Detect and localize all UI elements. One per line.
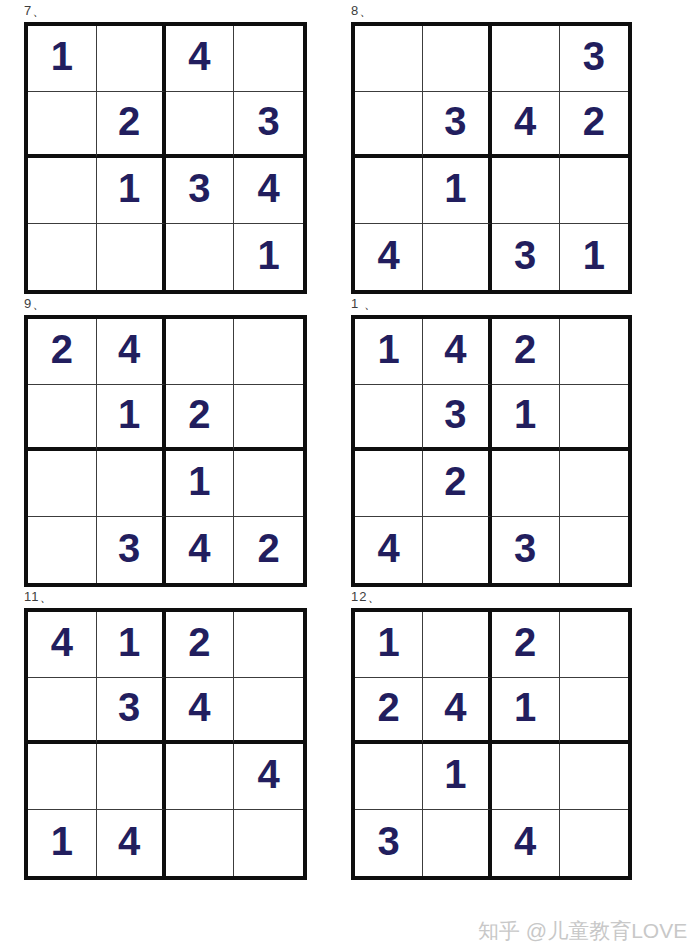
cell-r3-c2-given-1: 1 — [423, 744, 491, 810]
cell-r3-c1-empty — [28, 451, 97, 517]
cell-r4-c4-given-2: 2 — [234, 517, 303, 583]
cell-r3-c4-empty — [560, 158, 628, 224]
cell-r4-c3-given-3: 3 — [492, 517, 560, 583]
puzzle-11-label: 11、 — [24, 589, 307, 608]
cell-r3-c3-empty — [492, 451, 560, 517]
sudoku-board-7: 14231341 — [24, 22, 307, 294]
cell-r2-c3-given-1: 1 — [492, 678, 560, 744]
cell-r3-c3-given-1: 1 — [166, 451, 235, 517]
cell-r3-c1-empty — [355, 158, 423, 224]
cell-r3-c2-given-2: 2 — [423, 451, 491, 517]
cell-r4-c1-empty — [28, 224, 97, 290]
cell-r2-c1-empty — [355, 385, 423, 451]
puzzle-7: 7、 14231341 — [24, 3, 307, 294]
cell-r2-c3-given-2: 2 — [166, 385, 235, 451]
cell-r4-c1-given-1: 1 — [28, 810, 97, 876]
cell-r3-c2-given-1: 1 — [423, 158, 491, 224]
cell-r2-c4-empty — [234, 678, 303, 744]
cell-r1-c3-given-2: 2 — [166, 612, 235, 678]
cell-r2-c4-given-2: 2 — [560, 92, 628, 158]
cell-r3-c1-empty — [355, 744, 423, 810]
cell-r4-c2-empty — [97, 224, 166, 290]
cell-r4-c2-empty — [423, 224, 491, 290]
cell-r2-c1-empty — [28, 385, 97, 451]
cell-r3-c4-empty — [560, 451, 628, 517]
cell-r4-c4-given-1: 1 — [560, 224, 628, 290]
cell-r1-c3-empty — [492, 26, 560, 92]
sudoku-board-10: 14231243 — [351, 315, 632, 587]
cell-r1-c2-given-1: 1 — [97, 612, 166, 678]
cell-r3-c3-empty — [492, 744, 560, 810]
cell-r1-c4-empty — [560, 319, 628, 385]
cell-r1-c1-given-1: 1 — [355, 612, 423, 678]
cell-r1-c1-given-1: 1 — [355, 319, 423, 385]
cell-r4-c3-given-3: 3 — [492, 224, 560, 290]
cell-r3-c4-empty — [234, 451, 303, 517]
cell-r1-c1-given-4: 4 — [28, 612, 97, 678]
cell-r4-c3-given-4: 4 — [492, 810, 560, 876]
puzzle-11: 11、 41234414 — [24, 589, 307, 880]
cell-r1-c4-given-3: 3 — [560, 26, 628, 92]
cell-r1-c4-empty — [234, 319, 303, 385]
cell-r2-c2-given-4: 4 — [423, 678, 491, 744]
sudoku-worksheet-page: { "game": "sudoku-4x4", "description": "… — [0, 0, 698, 948]
cell-r1-c4-empty — [234, 26, 303, 92]
puzzle-12: 12、 12241134 — [351, 589, 632, 880]
cell-r2-c3-empty — [166, 92, 235, 158]
cell-r4-c2-given-4: 4 — [97, 810, 166, 876]
cell-r2-c2-given-3: 3 — [97, 678, 166, 744]
cell-r2-c2-given-1: 1 — [97, 385, 166, 451]
cell-r1-c2-empty — [97, 26, 166, 92]
cell-r1-c2-empty — [423, 26, 491, 92]
puzzle-8-label: 8、 — [351, 3, 632, 22]
puzzle-7-label: 7、 — [24, 3, 307, 22]
cell-r4-c4-empty — [560, 517, 628, 583]
watermark: 知乎 @儿童教育LOVE — [478, 917, 687, 945]
cell-r2-c3-given-4: 4 — [166, 678, 235, 744]
cell-r2-c2-given-3: 3 — [423, 92, 491, 158]
cell-r1-c2-empty — [423, 612, 491, 678]
cell-r4-c2-empty — [423, 517, 491, 583]
cell-r1-c4-empty — [560, 612, 628, 678]
cell-r3-c3-empty — [166, 744, 235, 810]
cell-r2-c4-empty — [560, 678, 628, 744]
cell-r3-c4-empty — [560, 744, 628, 810]
cell-r3-c4-given-4: 4 — [234, 744, 303, 810]
cell-r4-c4-given-1: 1 — [234, 224, 303, 290]
cell-r2-c4-empty — [234, 385, 303, 451]
sudoku-board-8: 33421431 — [351, 22, 632, 294]
cell-r3-c4-given-4: 4 — [234, 158, 303, 224]
sudoku-board-12: 12241134 — [351, 608, 632, 880]
cell-r3-c1-empty — [28, 158, 97, 224]
cell-r1-c1-given-2: 2 — [28, 319, 97, 385]
cell-r4-c1-given-4: 4 — [355, 224, 423, 290]
cell-r2-c1-empty — [28, 678, 97, 744]
cell-r1-c3-given-2: 2 — [492, 612, 560, 678]
cell-r3-c3-empty — [492, 158, 560, 224]
cell-r2-c2-given-2: 2 — [97, 92, 166, 158]
cell-r4-c2-empty — [423, 810, 491, 876]
cell-r2-c2-given-3: 3 — [423, 385, 491, 451]
cell-r4-c1-given-4: 4 — [355, 517, 423, 583]
cell-r4-c1-given-3: 3 — [355, 810, 423, 876]
cell-r4-c3-given-4: 4 — [166, 517, 235, 583]
cell-r3-c2-given-1: 1 — [97, 158, 166, 224]
cell-r1-c3-given-4: 4 — [166, 26, 235, 92]
puzzle-12-label: 12、 — [351, 589, 632, 608]
cell-r4-c3-empty — [166, 224, 235, 290]
sudoku-board-9: 24121342 — [24, 315, 307, 587]
puzzle-9-label: 9、 — [24, 296, 307, 315]
cell-r2-c1-empty — [355, 92, 423, 158]
sudoku-board-11: 41234414 — [24, 608, 307, 880]
cell-r4-c3-empty — [166, 810, 235, 876]
cell-r4-c4-empty — [234, 810, 303, 876]
cell-r1-c3-given-2: 2 — [492, 319, 560, 385]
cell-r1-c1-empty — [355, 26, 423, 92]
cell-r1-c1-given-1: 1 — [28, 26, 97, 92]
cell-r2-c1-empty — [28, 92, 97, 158]
puzzle-9: 9、 24121342 — [24, 296, 307, 587]
puzzle-10: 1 、 14231243 — [351, 296, 632, 587]
puzzle-8: 8、 33421431 — [351, 3, 632, 294]
cell-r2-c4-given-3: 3 — [234, 92, 303, 158]
cell-r1-c2-given-4: 4 — [97, 319, 166, 385]
cell-r3-c3-given-3: 3 — [166, 158, 235, 224]
cell-r4-c2-given-3: 3 — [97, 517, 166, 583]
cell-r2-c1-given-2: 2 — [355, 678, 423, 744]
cell-r4-c1-empty — [28, 517, 97, 583]
cell-r3-c1-empty — [355, 451, 423, 517]
cell-r1-c3-empty — [166, 319, 235, 385]
cell-r3-c1-empty — [28, 744, 97, 810]
cell-r1-c2-given-4: 4 — [423, 319, 491, 385]
cell-r2-c3-given-4: 4 — [492, 92, 560, 158]
puzzle-10-label: 1 、 — [351, 296, 632, 315]
cell-r1-c4-empty — [234, 612, 303, 678]
cell-r2-c4-empty — [560, 385, 628, 451]
cell-r3-c2-empty — [97, 451, 166, 517]
cell-r4-c4-empty — [560, 810, 628, 876]
cell-r2-c3-given-1: 1 — [492, 385, 560, 451]
cell-r3-c2-empty — [97, 744, 166, 810]
